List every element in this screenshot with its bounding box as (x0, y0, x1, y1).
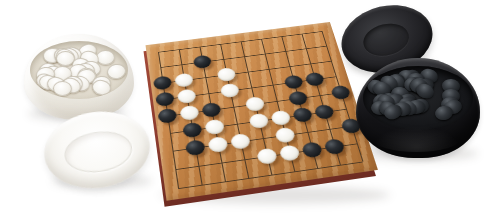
white-stone-4-4 (245, 96, 266, 112)
black-stone-in-bowl (434, 105, 454, 122)
white-stone-3-2 (217, 67, 237, 82)
black-stone-0-2 (153, 75, 172, 90)
black-stone-2-1 (193, 54, 213, 69)
white-stone-1-2 (174, 73, 194, 88)
white-stone-in-bowl (53, 81, 73, 97)
white-stone-bowl (24, 34, 134, 120)
black-stone-2-4 (201, 102, 222, 118)
go-set-product-photo (0, 0, 500, 214)
black-stone-7-3 (304, 72, 325, 87)
black-stone-6-5 (292, 107, 314, 123)
black-stone-bowl (356, 58, 480, 158)
black-stone-0-3 (155, 91, 175, 107)
black-stone-6-3 (283, 74, 304, 89)
black-stone-1-6 (185, 139, 206, 156)
black-stone-8-4 (330, 85, 352, 101)
white-stone-5-5 (270, 110, 291, 126)
black-stone-6-7 (301, 141, 323, 158)
white-stone-4-7 (256, 147, 278, 165)
white-stone-1-3 (177, 88, 197, 104)
white-stone-2-6 (207, 136, 228, 153)
black-stone-6-4 (288, 90, 309, 106)
black-bowl-gloss-highlight (373, 126, 460, 152)
black-stone-7-5 (314, 104, 336, 120)
white-stone-3-6 (230, 133, 251, 150)
white-stone-2-5 (204, 119, 225, 136)
white-stone-3-3 (220, 83, 240, 99)
white-stone-5-7 (279, 144, 301, 161)
white-stone-5-6 (274, 127, 296, 144)
black-stone-7-7 (323, 138, 346, 155)
white-lid-ring (62, 127, 135, 176)
black-stone-1-5 (182, 122, 203, 139)
black-stone-0-4 (157, 108, 177, 124)
black-lid-ring (360, 20, 412, 60)
white-stone-1-4 (179, 105, 199, 121)
white-stone-4-5 (248, 113, 269, 129)
black-bowl-opening (363, 66, 473, 130)
white-bowl-opening (30, 41, 128, 99)
